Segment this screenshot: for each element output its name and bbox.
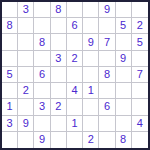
cell-r6c8-empty[interactable] <box>116 83 132 99</box>
cell-r7c4-given-2[interactable]: 2 <box>51 99 67 115</box>
cell-r4c5-given-2[interactable]: 2 <box>67 51 83 67</box>
cell-r2c1-given-8[interactable]: 8 <box>2 18 18 34</box>
cell-r6c5-given-4[interactable]: 4 <box>67 83 83 99</box>
cell-r5c8-empty[interactable] <box>116 67 132 83</box>
cell-r2c6-empty[interactable] <box>83 18 99 34</box>
cell-r4c1-empty[interactable] <box>2 51 18 67</box>
cell-r9c5-empty[interactable] <box>67 132 83 148</box>
cell-r1c4-given-8[interactable]: 8 <box>51 2 67 18</box>
cell-r5c7-given-8[interactable]: 8 <box>99 67 115 83</box>
cell-r7c2-empty[interactable] <box>18 99 34 115</box>
cell-r6c1-empty[interactable] <box>2 83 18 99</box>
cell-r7c7-given-6[interactable]: 6 <box>99 99 115 115</box>
cell-r7c9-empty[interactable] <box>132 99 148 115</box>
cell-r5c4-empty[interactable] <box>51 67 67 83</box>
cell-r3c4-empty[interactable] <box>51 34 67 50</box>
cell-r9c3-given-9[interactable]: 9 <box>34 132 50 148</box>
cell-r5c5-empty[interactable] <box>67 67 83 83</box>
cell-r4c3-empty[interactable] <box>34 51 50 67</box>
cell-r6c6-given-1[interactable]: 1 <box>83 83 99 99</box>
cell-r2c4-empty[interactable] <box>51 18 67 34</box>
cell-r8c1-given-3[interactable]: 3 <box>2 116 18 132</box>
cell-r8c8-empty[interactable] <box>116 116 132 132</box>
cell-r2c5-given-6[interactable]: 6 <box>67 18 83 34</box>
cell-r9c4-empty[interactable] <box>51 132 67 148</box>
cell-r1c6-empty[interactable] <box>83 2 99 18</box>
cell-r2c8-given-5[interactable]: 5 <box>116 18 132 34</box>
cell-r4c6-empty[interactable] <box>83 51 99 67</box>
cell-r9c8-given-8[interactable]: 8 <box>116 132 132 148</box>
cell-r2c7-empty[interactable] <box>99 18 115 34</box>
cell-r6c4-empty[interactable] <box>51 83 67 99</box>
cell-r5c3-given-6[interactable]: 6 <box>34 67 50 83</box>
cell-r4c8-given-9[interactable]: 9 <box>116 51 132 67</box>
cell-r8c6-empty[interactable] <box>83 116 99 132</box>
cell-r7c6-empty[interactable] <box>83 99 99 115</box>
cell-r1c9-empty[interactable] <box>132 2 148 18</box>
cell-r9c6-given-2[interactable]: 2 <box>83 132 99 148</box>
cell-r7c8-empty[interactable] <box>116 99 132 115</box>
cell-r2c2-empty[interactable] <box>18 18 34 34</box>
cell-r3c2-empty[interactable] <box>18 34 34 50</box>
cell-r3c1-empty[interactable] <box>2 34 18 50</box>
cell-r1c2-given-3[interactable]: 3 <box>18 2 34 18</box>
cell-r9c9-empty[interactable] <box>132 132 148 148</box>
cell-r6c2-given-2[interactable]: 2 <box>18 83 34 99</box>
cell-r3c9-given-5[interactable]: 5 <box>132 34 148 50</box>
cell-r3c8-empty[interactable] <box>116 34 132 50</box>
cell-r8c5-given-1[interactable]: 1 <box>67 116 83 132</box>
cell-r8c2-given-9[interactable]: 9 <box>18 116 34 132</box>
cell-r8c4-empty[interactable] <box>51 116 67 132</box>
cell-r6c7-empty[interactable] <box>99 83 115 99</box>
cell-r8c7-empty[interactable] <box>99 116 115 132</box>
cell-r7c5-empty[interactable] <box>67 99 83 115</box>
cell-r6c9-empty[interactable] <box>132 83 148 99</box>
cell-r9c7-empty[interactable] <box>99 132 115 148</box>
cell-r4c9-empty[interactable] <box>132 51 148 67</box>
cell-r1c8-empty[interactable] <box>116 2 132 18</box>
cell-r5c1-given-5[interactable]: 5 <box>2 67 18 83</box>
cell-r9c1-empty[interactable] <box>2 132 18 148</box>
cell-r2c3-empty[interactable] <box>34 18 50 34</box>
cell-r8c3-empty[interactable] <box>34 116 50 132</box>
cell-r7c1-given-1[interactable]: 1 <box>2 99 18 115</box>
cell-r4c2-empty[interactable] <box>18 51 34 67</box>
cell-r1c7-given-9[interactable]: 9 <box>99 2 115 18</box>
cell-r3c5-empty[interactable] <box>67 34 83 50</box>
cell-r5c9-given-7[interactable]: 7 <box>132 67 148 83</box>
cell-r4c7-empty[interactable] <box>99 51 115 67</box>
cell-r8c9-given-4[interactable]: 4 <box>132 116 148 132</box>
cell-r1c1-empty[interactable] <box>2 2 18 18</box>
cell-r2c9-given-2[interactable]: 2 <box>132 18 148 34</box>
cell-r5c6-empty[interactable] <box>83 67 99 83</box>
cell-r1c3-empty[interactable] <box>34 2 50 18</box>
cell-r6c3-empty[interactable] <box>34 83 50 99</box>
cell-r5c2-empty[interactable] <box>18 67 34 83</box>
cell-r3c7-given-7[interactable]: 7 <box>99 34 115 50</box>
cell-r7c3-given-3[interactable]: 3 <box>34 99 50 115</box>
cell-r1c5-empty[interactable] <box>67 2 83 18</box>
sudoku-board: 38986528975329568724113263914928 <box>0 0 150 150</box>
cell-r3c3-given-8[interactable]: 8 <box>34 34 50 50</box>
cell-r3c6-given-9[interactable]: 9 <box>83 34 99 50</box>
cell-r9c2-empty[interactable] <box>18 132 34 148</box>
cell-r4c4-given-3[interactable]: 3 <box>51 51 67 67</box>
